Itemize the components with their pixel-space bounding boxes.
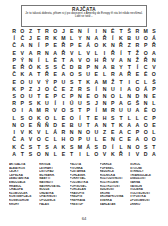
- grid-cell-r15c9: N: [76, 129, 84, 136]
- grid-cell-r1c16: R: [133, 28, 141, 35]
- grid-cell-r18c12: V: [100, 151, 108, 158]
- grid-cell-r15c12: Z: [100, 129, 108, 136]
- grid-cell-r13c5: O: [43, 115, 51, 122]
- grid-cell-r7c7: A: [59, 71, 67, 78]
- grid-cell-r18c13: K: [109, 151, 117, 158]
- grid-cell-r15c6: Á: [51, 129, 59, 136]
- grid-cell-r6c16: Í: [133, 64, 141, 71]
- grid-cell-r12c17: É: [142, 107, 150, 114]
- grid-cell-r5c8: A: [68, 57, 76, 64]
- grid-cell-r8c10: K: [84, 79, 92, 86]
- grid-cell-r17c9: M: [76, 144, 84, 151]
- grid-cell-r5c6: É: [51, 57, 59, 64]
- grid-cell-r5c11: H: [92, 57, 100, 64]
- grid-cell-r3c11: O: [92, 42, 100, 49]
- grid-cell-r8c12: M: [100, 79, 108, 86]
- grid-cell-r17c8: S: [68, 144, 76, 151]
- grid-cell-r18c1: A: [10, 151, 18, 158]
- grid-cell-r14c3: E: [26, 122, 34, 129]
- grid-cell-r3c7: Ř: [59, 42, 67, 49]
- grid-cell-r3c18: Ř: [150, 42, 158, 49]
- grid-cell-r15c3: K: [26, 129, 34, 136]
- grid-cell-r7c5: Ř: [43, 71, 51, 78]
- grid-cell-r6c12: A: [100, 64, 108, 71]
- grid-cell-r13c14: T: [117, 115, 125, 122]
- grid-cell-r17c10: Á: [84, 144, 92, 151]
- grid-cell-r4c18: A: [150, 50, 158, 57]
- grid-cell-r9c15: A: [125, 86, 133, 93]
- puzzle-header-box: RAJČATA Je to taková dobrota, přitom si …: [21, 5, 147, 27]
- grid-cell-r10c13: O: [109, 93, 117, 100]
- grid-cell-r13c8: O: [68, 115, 76, 122]
- grid-cell-r8c17: L: [142, 79, 150, 86]
- grid-cell-r11c18: L: [150, 100, 158, 107]
- grid-cell-r12c13: R: [109, 107, 117, 114]
- grid-cell-r7c18: O: [150, 71, 158, 78]
- grid-cell-r2c2: Č: [18, 35, 26, 42]
- grid-cell-r14c6: D: [51, 122, 59, 129]
- grid-cell-r4c7: Ř: [59, 50, 67, 57]
- grid-cell-r14c17: O: [142, 122, 150, 129]
- grid-cell-r16c4: O: [35, 136, 43, 143]
- grid-cell-r14c7: E: [59, 122, 67, 129]
- grid-cell-r18c7: E: [59, 151, 67, 158]
- grid-cell-r9c12: N: [100, 86, 108, 93]
- grid-cell-r15c13: E: [109, 129, 117, 136]
- grid-cell-r7c2: K: [18, 71, 26, 78]
- grid-cell-r14c4: Ň: [35, 122, 43, 129]
- grid-cell-r6c1: E: [10, 64, 18, 71]
- grid-cell-r12c12: M: [100, 107, 108, 114]
- grid-cell-r12c7: O: [59, 107, 67, 114]
- grid-cell-r7c8: O: [68, 71, 76, 78]
- grid-cell-r4c4: R: [35, 50, 43, 57]
- grid-cell-r18c15: I: [125, 151, 133, 158]
- grid-cell-r12c10: P: [84, 107, 92, 114]
- grid-cell-r12c1: O: [10, 107, 18, 114]
- grid-cell-r10c18: E: [150, 93, 158, 100]
- grid-cell-r4c3: A: [26, 50, 34, 57]
- grid-cell-r9c3: Z: [26, 86, 34, 93]
- grid-cell-r14c13: T: [109, 122, 117, 129]
- grid-cell-r9c1: K: [10, 86, 18, 93]
- grid-cell-r14c16: A: [133, 122, 141, 129]
- grid-cell-r15c2: V: [18, 129, 26, 136]
- word-list-column-2: KŘIVDALEVHARTLISTOPADMLYNAŘÍKNABYTÍNAVIN…: [39, 163, 68, 206]
- grid-cell-r5c9: V: [76, 57, 84, 64]
- grid-cell-r1c4: T: [35, 28, 43, 35]
- grid-cell-r10c3: U: [26, 93, 34, 100]
- grid-cell-r13c3: O: [26, 115, 34, 122]
- grid-cell-r5c17: Ř: [142, 57, 150, 64]
- grid-cell-r2c5: R: [43, 35, 51, 42]
- grid-cell-r3c14: Ř: [117, 42, 125, 49]
- grid-cell-r10c12: N: [100, 93, 108, 100]
- grid-cell-r10c8: P: [68, 93, 76, 100]
- grid-cell-r7c6: E: [51, 71, 59, 78]
- grid-cell-r12c11: Í: [92, 107, 100, 114]
- grid-cell-r3c15: Z: [125, 42, 133, 49]
- grid-cell-r4c2: V: [18, 50, 26, 57]
- grid-cell-r4c9: L: [76, 50, 84, 57]
- grid-cell-r2c11: A: [92, 35, 100, 42]
- grid-cell-r6c3: Ó: [26, 64, 34, 71]
- word-list: AKTUALITAALBATROSČEJKYČEPELKADEBUTANTKAE…: [9, 163, 159, 206]
- grid-cell-r15c16: P: [133, 129, 141, 136]
- grid-cell-r13c1: L: [10, 115, 18, 122]
- grid-cell-r16c14: C: [117, 136, 125, 143]
- grid-cell-r12c2: I: [18, 107, 26, 114]
- grid-cell-r1c6: O: [51, 28, 59, 35]
- grid-cell-r9c5: O: [43, 86, 51, 93]
- grid-cell-r11c4: K: [35, 100, 43, 107]
- grid-cell-r15c7: R: [59, 129, 67, 136]
- grid-cell-r4c12: I: [100, 50, 108, 57]
- puzzle-page: RAJČATA Je to taková dobrota, přitom si …: [0, 0, 168, 226]
- word-list-column-5: SOKOLSTOČNÉSTRNULÝTRIANGULACEUSEDLOSTVAR…: [130, 163, 159, 206]
- grid-cell-r18c11: O: [92, 151, 100, 158]
- grid-cell-r8c7: U: [59, 79, 67, 86]
- grid-cell-r2c9: Y: [76, 35, 84, 42]
- grid-cell-r1c15: Š: [125, 28, 133, 35]
- grid-cell-r13c2: S: [18, 115, 26, 122]
- grid-cell-r5c15: N: [125, 57, 133, 64]
- grid-cell-r13c10: T: [84, 115, 92, 122]
- word-list-column-1: AKTUALITAALBATROSČEJKYČEPELKADEBUTANTKAE…: [9, 163, 38, 206]
- grid-cell-r4c14: Í: [117, 50, 125, 57]
- grid-cell-r9c13: U: [109, 86, 117, 93]
- grid-cell-r1c10: Í: [84, 28, 92, 35]
- grid-cell-r3c16: R: [133, 42, 141, 49]
- grid-cell-r6c9: B: [76, 64, 84, 71]
- grid-cell-r10c11: O: [92, 93, 100, 100]
- grid-cell-r6c4: K: [35, 64, 43, 71]
- grid-cell-r8c14: T: [117, 79, 125, 86]
- grid-cell-r14c12: N: [100, 122, 108, 129]
- grid-cell-r4c13: Ř: [109, 50, 117, 57]
- grid-cell-r15c18: L: [150, 129, 158, 136]
- grid-cell-r9c9: R: [76, 86, 84, 93]
- grid-cell-r1c2: O: [18, 28, 26, 35]
- grid-cell-r1c7: J: [59, 28, 67, 35]
- grid-cell-r17c2: Č: [18, 144, 26, 151]
- grid-cell-r13c7: E: [59, 115, 67, 122]
- grid-cell-r13c16: L: [133, 115, 141, 122]
- grid-cell-r3c6: E: [51, 42, 59, 49]
- grid-cell-r7c13: R: [109, 71, 117, 78]
- grid-cell-r8c2: O: [18, 79, 26, 86]
- grid-cell-r17c18: T: [150, 144, 158, 151]
- grid-cell-r16c8: O: [68, 136, 76, 143]
- grid-cell-r6c11: N: [92, 64, 100, 71]
- grid-cell-r5c14: A: [117, 57, 125, 64]
- grid-cell-r16c11: L: [92, 136, 100, 143]
- word-list-item: PALAS: [39, 203, 68, 207]
- grid-cell-r2c8: L: [68, 35, 76, 42]
- grid-cell-r8c1: E: [10, 79, 18, 86]
- grid-cell-r4c17: O: [142, 50, 150, 57]
- grid-cell-r15c5: L: [43, 129, 51, 136]
- grid-cell-r13c17: C: [142, 115, 150, 122]
- grid-cell-r4c6: A: [51, 50, 59, 57]
- grid-cell-r11c12: N: [100, 100, 108, 107]
- grid-cell-r14c15: A: [125, 122, 133, 129]
- grid-cell-r14c8: B: [68, 122, 76, 129]
- grid-cell-r15c11: U: [92, 129, 100, 136]
- grid-cell-r17c1: K: [10, 144, 18, 151]
- grid-cell-r18c4: O: [35, 151, 43, 158]
- grid-cell-r6c8: D: [68, 64, 76, 71]
- grid-cell-r14c9: U: [76, 122, 84, 129]
- grid-cell-r3c9: E: [76, 42, 84, 49]
- grid-cell-r17c17: S: [142, 144, 150, 151]
- grid-cell-r2c1: Í: [10, 35, 18, 42]
- grid-cell-r9c8: Z: [68, 86, 76, 93]
- grid-cell-r11c16: Š: [133, 100, 141, 107]
- grid-cell-r18c10: L: [84, 151, 92, 158]
- grid-cell-r13c9: Í: [76, 115, 84, 122]
- grid-cell-r7c10: U: [84, 71, 92, 78]
- grid-cell-r18c3: S: [26, 151, 34, 158]
- grid-cell-r8c8: S: [68, 79, 76, 86]
- grid-cell-r15c15: C: [125, 129, 133, 136]
- grid-cell-r3c12: K: [100, 42, 108, 49]
- grid-cell-r8c3: U: [26, 79, 34, 86]
- grid-cell-r14c11: A: [92, 122, 100, 129]
- grid-cell-r17c4: T: [35, 144, 43, 151]
- grid-cell-r13c15: L: [125, 115, 133, 122]
- grid-cell-r5c4: Í: [35, 57, 43, 64]
- grid-cell-r10c4: T: [35, 93, 43, 100]
- grid-cell-r1c5: R: [43, 28, 51, 35]
- grid-cell-r17c15: N: [125, 144, 133, 151]
- grid-cell-r17c3: S: [26, 144, 34, 151]
- grid-cell-r10c15: N: [125, 93, 133, 100]
- grid-cell-r2c15: B: [125, 35, 133, 42]
- grid-cell-r10c9: N: [76, 93, 84, 100]
- grid-cell-r16c15: E: [125, 136, 133, 143]
- grid-cell-r11c5: U: [43, 100, 51, 107]
- grid-cell-r17c13: Í: [109, 144, 117, 151]
- grid-cell-r15c8: N: [68, 129, 76, 136]
- grid-cell-r10c14: L: [117, 93, 125, 100]
- grid-cell-r16c6: L: [51, 136, 59, 143]
- grid-cell-r12c3: A: [26, 107, 34, 114]
- grid-cell-r18c2: T: [18, 151, 26, 158]
- grid-cell-r9c10: S: [84, 86, 92, 93]
- word-list-item: PŘESTUP: [70, 203, 99, 207]
- grid-cell-r3c2: A: [18, 42, 26, 49]
- grid-cell-r11c13: P: [109, 100, 117, 107]
- grid-cell-r16c18: O: [150, 136, 158, 143]
- grid-cell-r2c16: U: [133, 35, 141, 42]
- grid-cell-r15c17: O: [142, 129, 150, 136]
- grid-cell-r18c6: L: [51, 151, 59, 158]
- grid-cell-r8c6: P: [51, 79, 59, 86]
- grid-cell-r9c14: I: [117, 86, 125, 93]
- grid-cell-r16c1: Č: [10, 136, 18, 143]
- grid-cell-r13c12: H: [100, 115, 108, 122]
- grid-cell-r17c14: L: [117, 144, 125, 151]
- grid-cell-r1c3: Z: [26, 28, 34, 35]
- word-list-item: ŠARLATÁN: [100, 203, 129, 207]
- grid-cell-r7c4: T: [35, 71, 43, 78]
- grid-cell-r1c18: S: [150, 28, 158, 35]
- grid-cell-r5c13: V: [109, 57, 117, 64]
- grid-cell-r7c12: L: [100, 71, 108, 78]
- grid-cell-r14c2: O: [18, 122, 26, 129]
- grid-cell-r14c18: E: [150, 122, 158, 129]
- grid-cell-r11c1: R: [10, 100, 18, 107]
- grid-cell-r12c4: M: [35, 107, 43, 114]
- grid-cell-r10c10: E: [84, 93, 92, 100]
- grid-cell-r3c5: P: [43, 42, 51, 49]
- grid-cell-r8c13: Ž: [109, 79, 117, 86]
- grid-cell-r15c14: A: [117, 129, 125, 136]
- grid-cell-r4c15: T: [125, 50, 133, 57]
- grid-cell-r11c9: U: [76, 100, 84, 107]
- grid-cell-r18c9: I: [76, 151, 84, 158]
- grid-cell-r4c1: E: [10, 50, 18, 57]
- grid-cell-r13c6: L: [51, 115, 59, 122]
- grid-cell-r15c4: V: [35, 129, 43, 136]
- grid-cell-r16c16: A: [133, 136, 141, 143]
- grid-cell-r3c3: N: [26, 42, 34, 49]
- grid-cell-r16c12: E: [100, 136, 108, 143]
- grid-cell-r9c6: Č: [51, 86, 59, 93]
- grid-cell-r7c9: S: [76, 71, 84, 78]
- grid-cell-r1c9: N: [76, 28, 84, 35]
- grid-cell-r7c11: E: [92, 71, 100, 78]
- grid-cell-r11c8: Ú: [68, 100, 76, 107]
- grid-cell-r16c5: C: [43, 136, 51, 143]
- grid-cell-r13c18: P: [150, 115, 158, 122]
- grid-cell-r10c17: N: [142, 93, 150, 100]
- grid-cell-r2c6: K: [51, 35, 59, 42]
- grid-cell-r12c5: R: [43, 107, 51, 114]
- grid-cell-r1c17: M: [142, 28, 150, 35]
- grid-cell-r8c11: A: [92, 79, 100, 86]
- grid-cell-r5c12: Ř: [100, 57, 108, 64]
- grid-cell-r7c1: Č: [10, 71, 18, 78]
- grid-cell-r11c7: I: [59, 100, 67, 107]
- grid-cell-r7c16: E: [133, 71, 141, 78]
- grid-cell-r5c18: N: [150, 57, 158, 64]
- grid-cell-r16c7: H: [59, 136, 67, 143]
- grid-cell-r18c17: D: [142, 151, 150, 158]
- grid-cell-r3c1: Č: [10, 42, 18, 49]
- grid-cell-r18c16: V: [133, 151, 141, 158]
- grid-cell-r9c4: J: [35, 86, 43, 93]
- grid-cell-r9c2: P: [18, 86, 26, 93]
- grid-cell-r11c14: A: [117, 100, 125, 107]
- grid-cell-r16c3: V: [26, 136, 34, 143]
- grid-cell-r8c5: Ý: [43, 79, 51, 86]
- grid-cell-r8c18: Š: [150, 79, 158, 86]
- page-number: 64: [0, 216, 168, 221]
- word-list-item: ZRNKO: [130, 203, 159, 207]
- grid-cell-r17c6: A: [51, 144, 59, 151]
- grid-cell-r12c8: S: [68, 107, 76, 114]
- word-list-column-4: PUKRLEPUPENECREDUKCEROLNIČKAROZTODIVNOST…: [100, 163, 129, 206]
- grid-cell-r12c6: V: [51, 107, 59, 114]
- grid-cell-r12c14: U: [117, 107, 125, 114]
- grid-cell-r13c13: S: [109, 115, 117, 122]
- grid-cell-r13c4: K: [35, 115, 43, 122]
- grid-cell-r4c10: V: [84, 50, 92, 57]
- grid-cell-r14c10: T: [84, 122, 92, 129]
- grid-cell-r13c11: E: [92, 115, 100, 122]
- grid-cell-r11c15: G: [125, 100, 133, 107]
- grid-cell-r9c16: O: [133, 86, 141, 93]
- grid-cell-r17c11: S: [92, 144, 100, 151]
- grid-cell-r6c10: P: [84, 64, 92, 71]
- grid-cell-r12c16: A: [133, 107, 141, 114]
- grid-cell-r5c7: T: [59, 57, 67, 64]
- grid-cell-r17c12: D: [100, 144, 108, 151]
- grid-cell-r10c2: O: [18, 93, 26, 100]
- grid-cell-r10c7: C: [59, 93, 67, 100]
- grid-cell-r2c17: O: [142, 35, 150, 42]
- grid-cell-r14c5: Ň: [43, 122, 51, 129]
- grid-cell-r2c12: Ř: [100, 35, 108, 42]
- grid-cell-r5c10: O: [84, 57, 92, 64]
- grid-cell-r7c15: Ř: [125, 71, 133, 78]
- grid-cell-r6c7: Č: [59, 64, 67, 71]
- grid-cell-r14c14: K: [117, 122, 125, 129]
- grid-cell-r16c10: U: [84, 136, 92, 143]
- grid-cell-r9c11: Í: [92, 86, 100, 93]
- grid-cell-r9c18: P: [150, 86, 158, 93]
- grid-cell-r8c16: C: [133, 79, 141, 86]
- grid-cell-r1c11: I: [92, 28, 100, 35]
- grid-cell-r18c18: A: [150, 151, 158, 158]
- word-search-grid: ROZTROJENÍINÉTŠRMSÍČJERKMLYNAŘÍKBUOÁČANÍ…: [10, 28, 158, 158]
- grid-cell-r16c13: N: [109, 136, 117, 143]
- grid-cell-r4c11: L: [92, 50, 100, 57]
- grid-cell-r9c17: Á: [142, 86, 150, 93]
- grid-cell-r18c8: T: [68, 151, 76, 158]
- grid-cell-r12c15: U: [125, 107, 133, 114]
- grid-cell-r16c2: A: [18, 136, 26, 143]
- grid-cell-r4c5: N: [43, 50, 51, 57]
- grid-cell-r11c10: S: [84, 100, 92, 107]
- grid-cell-r11c2: P: [18, 100, 26, 107]
- grid-cell-r8c15: I: [125, 79, 133, 86]
- grid-cell-r5c5: L: [43, 57, 51, 64]
- grid-cell-r5c1: P: [10, 57, 18, 64]
- word-list-column-3: PELOTAPIVOŇKAPLETÁRNAPOHLAVEKPOKRÝVAČPOL…: [70, 163, 99, 206]
- grid-cell-r16c9: P: [76, 136, 84, 143]
- grid-cell-r8c4: V: [35, 79, 43, 86]
- grid-cell-r2c10: N: [84, 35, 92, 42]
- grid-cell-r6c6: S: [51, 64, 59, 71]
- grid-cell-r1c8: E: [68, 28, 76, 35]
- grid-cell-r11c3: S: [26, 100, 34, 107]
- grid-cell-r11c6: Í: [51, 100, 59, 107]
- grid-cell-r14c1: N: [10, 122, 18, 129]
- grid-cell-r18c14: Ř: [117, 151, 125, 158]
- grid-cell-r4c8: V: [68, 50, 76, 57]
- grid-cell-r2c3: J: [26, 35, 34, 42]
- grid-cell-r3c8: P: [68, 42, 76, 49]
- grid-cell-r3c17: P: [142, 42, 150, 49]
- grid-cell-r7c14: A: [117, 71, 125, 78]
- grid-cell-r8c9: T: [76, 79, 84, 86]
- grid-cell-r6c2: Ř: [18, 64, 26, 71]
- grid-cell-r16c17: O: [142, 136, 150, 143]
- grid-cell-r10c1: S: [10, 93, 18, 100]
